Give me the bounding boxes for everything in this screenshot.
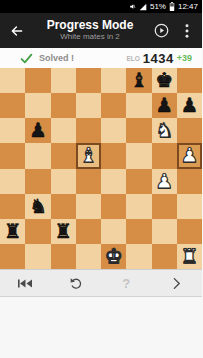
square-g1[interactable] [152,244,177,269]
page-title: Progress Mode [30,19,150,33]
notification-icon [129,3,136,10]
piece-black-knight: ♞ [29,194,47,219]
undo-button[interactable] [51,270,102,297]
square-c2[interactable]: ♜ [51,219,76,244]
square-c4[interactable] [51,169,76,194]
controls-bar: ? [0,270,202,297]
piece-white-knight: ♞ [155,118,173,143]
piece-black-rook: ♜ [54,219,72,244]
overflow-menu-button[interactable] [176,13,198,48]
square-b1[interactable] [25,244,50,269]
square-e3[interactable] [101,194,126,219]
square-a7[interactable] [0,93,25,118]
play-circle-icon [154,23,169,38]
square-d5[interactable]: ♝ [76,143,101,168]
clock-time: 12:47 [178,0,198,13]
square-d6[interactable] [76,118,101,143]
square-f2[interactable] [126,219,151,244]
square-g8[interactable]: ♚ [152,68,177,93]
square-d7[interactable] [76,93,101,118]
square-c1[interactable] [51,244,76,269]
square-g6[interactable]: ♞ [152,118,177,143]
square-b7[interactable] [25,93,50,118]
elo-value: 1434 [143,51,174,66]
square-c3[interactable] [51,194,76,219]
piece-black-pawn: ♟ [29,118,47,143]
square-f1[interactable] [126,244,151,269]
back-arrow-icon [10,24,24,38]
square-h3[interactable] [177,194,202,219]
square-f8[interactable]: ♝ [126,68,151,93]
square-b3[interactable]: ♞ [25,194,50,219]
elo-label: ELO [126,55,139,62]
bottom-filler [0,297,202,357]
skip-to-start-icon [17,278,33,289]
square-d4[interactable] [76,169,101,194]
next-button[interactable] [152,270,203,297]
piece-black-rook: ♜ [4,219,22,244]
square-a2[interactable]: ♜ [0,219,25,244]
chess-board: ♝♚♟♟♟♞♝♟♟♞♜♜♚♜ [0,68,202,270]
square-h5[interactable]: ♟ [177,143,202,168]
signal-icon [139,3,147,11]
check-icon [20,53,33,64]
square-h8[interactable] [177,68,202,93]
square-b5[interactable] [25,143,50,168]
result-bar: Solved ! ELO 1434 +39 [0,48,202,68]
square-g2[interactable] [152,219,177,244]
play-button[interactable] [150,13,172,48]
square-g5[interactable] [152,143,177,168]
square-f6[interactable] [126,118,151,143]
square-a1[interactable] [0,244,25,269]
square-d1[interactable] [76,244,101,269]
square-a4[interactable] [0,169,25,194]
title-block: Progress Mode White mates in 2 [30,19,150,43]
piece-white-pawn: ♟ [155,169,173,194]
status-bar: 51% 12:47 [0,0,202,13]
page-subtitle: White mates in 2 [30,32,150,41]
square-g4[interactable]: ♟ [152,169,177,194]
next-chevron-icon [171,277,182,290]
square-e6[interactable] [101,118,126,143]
solved-status: Solved ! [39,53,74,63]
square-a3[interactable] [0,194,25,219]
square-e5[interactable] [101,143,126,168]
square-h2[interactable] [177,219,202,244]
elo-delta: +39 [177,53,192,63]
square-d8[interactable] [76,68,101,93]
square-e4[interactable] [101,169,126,194]
square-f4[interactable] [126,169,151,194]
piece-white-pawn: ♟ [180,143,198,168]
square-d3[interactable] [76,194,101,219]
square-g3[interactable] [152,194,177,219]
battery-icon [169,2,175,11]
square-h6[interactable] [177,118,202,143]
square-g7[interactable]: ♟ [152,93,177,118]
square-b8[interactable] [25,68,50,93]
undo-icon [69,277,83,290]
square-a5[interactable] [0,143,25,168]
square-h7[interactable]: ♟ [177,93,202,118]
square-b6[interactable]: ♟ [25,118,50,143]
piece-white-bishop: ♝ [79,143,97,168]
square-b2[interactable] [25,219,50,244]
square-e2[interactable] [101,219,126,244]
square-c7[interactable] [51,93,76,118]
skip-to-start-button[interactable] [0,270,51,297]
piece-black-pawn: ♟ [180,93,198,118]
square-b4[interactable] [25,169,50,194]
square-d2[interactable] [76,219,101,244]
square-e1[interactable]: ♚ [101,244,126,269]
square-e7[interactable] [101,93,126,118]
hint-button[interactable]: ? [101,270,152,297]
square-a8[interactable] [0,68,25,93]
hint-icon: ? [122,276,130,291]
square-f5[interactable] [126,143,151,168]
appbar-actions [150,13,198,48]
piece-black-king: ♚ [155,68,173,93]
vertical-dots-icon [185,24,189,38]
piece-white-rook: ♜ [180,244,198,269]
square-f7[interactable] [126,93,151,118]
square-f3[interactable] [126,194,151,219]
piece-white-king: ♚ [105,244,123,269]
back-button[interactable] [4,13,30,48]
battery-percent: 51% [150,0,166,13]
square-e8[interactable] [101,68,126,93]
app-bar: Progress Mode White mates in 2 [0,13,202,48]
square-a6[interactable] [0,118,25,143]
square-c8[interactable] [51,68,76,93]
square-c6[interactable] [51,118,76,143]
square-h1[interactable]: ♜ [177,244,202,269]
piece-black-pawn: ♟ [155,93,173,118]
square-c5[interactable] [51,143,76,168]
square-h4[interactable] [177,169,202,194]
piece-black-bishop: ♝ [130,68,148,93]
